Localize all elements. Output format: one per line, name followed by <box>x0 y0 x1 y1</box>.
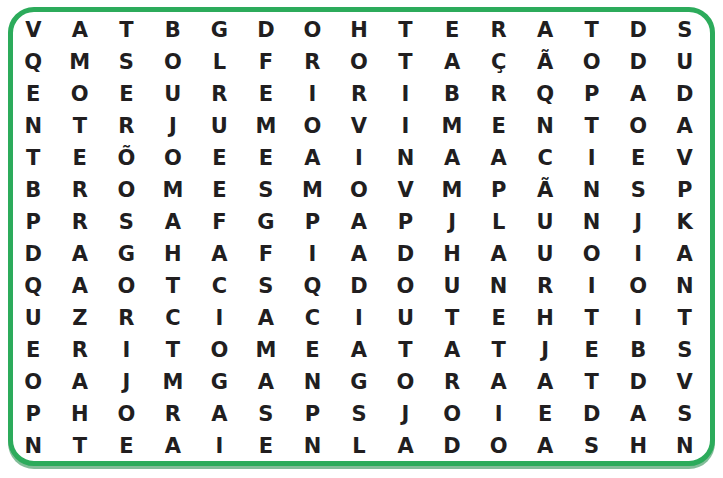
grid-cell-r3c3[interactable]: E <box>103 78 150 110</box>
grid-cell-r7c5[interactable]: F <box>196 206 243 238</box>
grid-cell-r12c1[interactable]: O <box>10 366 57 398</box>
grid-cell-r14c9[interactable]: A <box>382 430 429 462</box>
letter-grid: VATBGDOHTERATDSQMSOLFROTAÇÃODUEOEUREIRIB… <box>10 14 708 462</box>
grid-cell-r4c5[interactable]: U <box>196 110 243 142</box>
grid-cell-r12c12[interactable]: A <box>522 366 569 398</box>
grid-cell-r1c10[interactable]: E <box>429 14 476 46</box>
grid-cell-r14c7[interactable]: N <box>289 430 336 462</box>
grid-cell-r11c3[interactable]: I <box>103 334 150 366</box>
grid-cell-r4c12[interactable]: N <box>522 110 569 142</box>
grid-cell-r4c8[interactable]: V <box>336 110 383 142</box>
grid-cell-r11c2[interactable]: R <box>57 334 104 366</box>
grid-cell-r11c7[interactable]: E <box>289 334 336 366</box>
grid-cell-r10c3[interactable]: R <box>103 302 150 334</box>
grid-cell-r5c12[interactable]: C <box>522 142 569 174</box>
grid-cell-r9c7[interactable]: Q <box>289 270 336 302</box>
grid-cell-r9c14[interactable]: O <box>615 270 662 302</box>
grid-cell-r6c7[interactable]: M <box>289 174 336 206</box>
grid-cell-r3c1[interactable]: E <box>10 78 57 110</box>
grid-cell-r2c4[interactable]: O <box>150 46 197 78</box>
grid-cell-r9c5[interactable]: C <box>196 270 243 302</box>
grid-cell-r10c5[interactable]: I <box>196 302 243 334</box>
grid-cell-r10c12[interactable]: H <box>522 302 569 334</box>
grid-cell-r9c8[interactable]: D <box>336 270 383 302</box>
grid-cell-r3c8[interactable]: R <box>336 78 383 110</box>
grid-cell-r6c8[interactable]: O <box>336 174 383 206</box>
grid-cell-r10c15[interactable]: T <box>661 302 708 334</box>
grid-cell-r14c13[interactable]: S <box>568 430 615 462</box>
grid-cell-r8c10[interactable]: H <box>429 238 476 270</box>
grid-cell-r13c10[interactable]: O <box>429 398 476 430</box>
grid-cell-r13c6[interactable]: S <box>243 398 290 430</box>
grid-cell-r7c11[interactable]: L <box>475 206 522 238</box>
grid-cell-r2c5[interactable]: L <box>196 46 243 78</box>
grid-cell-r14c8[interactable]: L <box>336 430 383 462</box>
grid-cell-r5c11[interactable]: A <box>475 142 522 174</box>
grid-cell-r4c15[interactable]: A <box>661 110 708 142</box>
grid-cell-r6c6[interactable]: S <box>243 174 290 206</box>
grid-cell-r12c13[interactable]: T <box>568 366 615 398</box>
grid-cell-r12c3[interactable]: J <box>103 366 150 398</box>
grid-cell-r8c5[interactable]: A <box>196 238 243 270</box>
grid-cell-r12c14[interactable]: D <box>615 366 662 398</box>
grid-cell-r10c1[interactable]: U <box>10 302 57 334</box>
grid-cell-r3c4[interactable]: U <box>150 78 197 110</box>
grid-cell-r4c1[interactable]: N <box>10 110 57 142</box>
grid-cell-r10c6[interactable]: A <box>243 302 290 334</box>
grid-cell-r7c15[interactable]: K <box>661 206 708 238</box>
grid-cell-r8c3[interactable]: G <box>103 238 150 270</box>
grid-cell-r5c6[interactable]: E <box>243 142 290 174</box>
grid-cell-r11c5[interactable]: O <box>196 334 243 366</box>
grid-cell-r13c15[interactable]: S <box>661 398 708 430</box>
grid-cell-r12c9[interactable]: O <box>382 366 429 398</box>
grid-cell-r1c15[interactable]: S <box>661 14 708 46</box>
grid-cell-r12c6[interactable]: A <box>243 366 290 398</box>
grid-cell-r3c7[interactable]: I <box>289 78 336 110</box>
grid-cell-r3c15[interactable]: D <box>661 78 708 110</box>
grid-cell-r13c1[interactable]: P <box>10 398 57 430</box>
grid-cell-r13c4[interactable]: R <box>150 398 197 430</box>
grid-cell-r4c3[interactable]: R <box>103 110 150 142</box>
grid-cell-r6c9[interactable]: V <box>382 174 429 206</box>
grid-cell-r12c5[interactable]: G <box>196 366 243 398</box>
grid-cell-r6c10[interactable]: M <box>429 174 476 206</box>
grid-cell-r2c14[interactable]: D <box>615 46 662 78</box>
grid-cell-r7c7[interactable]: P <box>289 206 336 238</box>
grid-cell-r2c2[interactable]: M <box>57 46 104 78</box>
grid-cell-r3c2[interactable]: O <box>57 78 104 110</box>
grid-cell-r5c4[interactable]: O <box>150 142 197 174</box>
grid-cell-r9c11[interactable]: N <box>475 270 522 302</box>
grid-cell-r13c9[interactable]: J <box>382 398 429 430</box>
grid-cell-r13c7[interactable]: P <box>289 398 336 430</box>
grid-cell-r11c12[interactable]: J <box>522 334 569 366</box>
grid-cell-r12c11[interactable]: A <box>475 366 522 398</box>
grid-cell-r5c10[interactable]: A <box>429 142 476 174</box>
grid-cell-r10c14[interactable]: I <box>615 302 662 334</box>
grid-cell-r11c15[interactable]: S <box>661 334 708 366</box>
grid-cell-r8c1[interactable]: D <box>10 238 57 270</box>
grid-cell-r11c14[interactable]: B <box>615 334 662 366</box>
grid-cell-r11c13[interactable]: E <box>568 334 615 366</box>
grid-cell-r9c1[interactable]: Q <box>10 270 57 302</box>
grid-cell-r2c6[interactable]: F <box>243 46 290 78</box>
grid-cell-r2c15[interactable]: U <box>661 46 708 78</box>
grid-cell-r3c9[interactable]: I <box>382 78 429 110</box>
grid-cell-r10c11[interactable]: E <box>475 302 522 334</box>
grid-cell-r8c8[interactable]: A <box>336 238 383 270</box>
grid-cell-r1c11[interactable]: R <box>475 14 522 46</box>
grid-cell-r7c2[interactable]: R <box>57 206 104 238</box>
grid-cell-r2c9[interactable]: T <box>382 46 429 78</box>
grid-cell-r2c1[interactable]: Q <box>10 46 57 78</box>
grid-cell-r10c9[interactable]: U <box>382 302 429 334</box>
grid-cell-r1c9[interactable]: T <box>382 14 429 46</box>
grid-cell-r13c2[interactable]: H <box>57 398 104 430</box>
grid-cell-r5c13[interactable]: I <box>568 142 615 174</box>
grid-cell-r8c12[interactable]: U <box>522 238 569 270</box>
grid-cell-r4c10[interactable]: M <box>429 110 476 142</box>
grid-cell-r5c2[interactable]: E <box>57 142 104 174</box>
grid-cell-r2c11[interactable]: Ç <box>475 46 522 78</box>
grid-cell-r9c15[interactable]: N <box>661 270 708 302</box>
grid-cell-r6c11[interactable]: P <box>475 174 522 206</box>
grid-cell-r3c14[interactable]: A <box>615 78 662 110</box>
grid-cell-r1c12[interactable]: A <box>522 14 569 46</box>
grid-cell-r6c14[interactable]: S <box>615 174 662 206</box>
grid-cell-r11c1[interactable]: E <box>10 334 57 366</box>
grid-cell-r1c14[interactable]: D <box>615 14 662 46</box>
grid-cell-r13c12[interactable]: E <box>522 398 569 430</box>
grid-cell-r1c1[interactable]: V <box>10 14 57 46</box>
grid-cell-r4c2[interactable]: T <box>57 110 104 142</box>
grid-cell-r9c9[interactable]: O <box>382 270 429 302</box>
grid-cell-r8c2[interactable]: A <box>57 238 104 270</box>
grid-cell-r1c6[interactable]: D <box>243 14 290 46</box>
grid-cell-r5c15[interactable]: V <box>661 142 708 174</box>
grid-cell-r6c1[interactable]: B <box>10 174 57 206</box>
grid-cell-r14c10[interactable]: D <box>429 430 476 462</box>
grid-cell-r8c13[interactable]: O <box>568 238 615 270</box>
grid-cell-r12c8[interactable]: G <box>336 366 383 398</box>
grid-cell-r9c4[interactable]: T <box>150 270 197 302</box>
grid-cell-r10c10[interactable]: T <box>429 302 476 334</box>
grid-cell-r2c7[interactable]: R <box>289 46 336 78</box>
grid-cell-r7c8[interactable]: A <box>336 206 383 238</box>
grid-cell-r6c5[interactable]: E <box>196 174 243 206</box>
grid-cell-r5c8[interactable]: I <box>336 142 383 174</box>
grid-cell-r10c4[interactable]: C <box>150 302 197 334</box>
grid-cell-r3c5[interactable]: R <box>196 78 243 110</box>
grid-cell-r3c10[interactable]: B <box>429 78 476 110</box>
grid-cell-r11c6[interactable]: M <box>243 334 290 366</box>
grid-cell-r9c6[interactable]: S <box>243 270 290 302</box>
grid-cell-r7c4[interactable]: A <box>150 206 197 238</box>
grid-cell-r5c3[interactable]: Õ <box>103 142 150 174</box>
grid-cell-r10c2[interactable]: Z <box>57 302 104 334</box>
grid-cell-r12c4[interactable]: M <box>150 366 197 398</box>
grid-cell-r13c11[interactable]: I <box>475 398 522 430</box>
grid-cell-r13c14[interactable]: A <box>615 398 662 430</box>
grid-cell-r1c8[interactable]: H <box>336 14 383 46</box>
grid-cell-r6c4[interactable]: M <box>150 174 197 206</box>
grid-cell-r3c6[interactable]: E <box>243 78 290 110</box>
grid-cell-r13c5[interactable]: A <box>196 398 243 430</box>
grid-cell-r9c2[interactable]: A <box>57 270 104 302</box>
grid-cell-r4c7[interactable]: O <box>289 110 336 142</box>
grid-cell-r10c13[interactable]: T <box>568 302 615 334</box>
grid-cell-r9c3[interactable]: O <box>103 270 150 302</box>
grid-cell-r5c14[interactable]: E <box>615 142 662 174</box>
grid-cell-r4c6[interactable]: M <box>243 110 290 142</box>
grid-cell-r12c10[interactable]: R <box>429 366 476 398</box>
grid-cell-r14c4[interactable]: A <box>150 430 197 462</box>
grid-cell-r1c4[interactable]: B <box>150 14 197 46</box>
grid-cell-r1c13[interactable]: T <box>568 14 615 46</box>
grid-cell-r7c10[interactable]: J <box>429 206 476 238</box>
grid-cell-r14c12[interactable]: A <box>522 430 569 462</box>
grid-cell-r9c13[interactable]: I <box>568 270 615 302</box>
grid-cell-r4c11[interactable]: E <box>475 110 522 142</box>
grid-cell-r11c11[interactable]: T <box>475 334 522 366</box>
grid-cell-r5c1[interactable]: T <box>10 142 57 174</box>
grid-cell-r7c12[interactable]: U <box>522 206 569 238</box>
grid-cell-r3c12[interactable]: Q <box>522 78 569 110</box>
grid-cell-r12c15[interactable]: V <box>661 366 708 398</box>
grid-cell-r6c2[interactable]: R <box>57 174 104 206</box>
grid-cell-r5c7[interactable]: A <box>289 142 336 174</box>
grid-cell-r1c2[interactable]: A <box>57 14 104 46</box>
grid-cell-r5c9[interactable]: N <box>382 142 429 174</box>
grid-cell-r8c14[interactable]: I <box>615 238 662 270</box>
grid-cell-r1c5[interactable]: G <box>196 14 243 46</box>
grid-cell-r7c6[interactable]: G <box>243 206 290 238</box>
grid-cell-r4c9[interactable]: I <box>382 110 429 142</box>
grid-cell-r14c5[interactable]: I <box>196 430 243 462</box>
grid-cell-r8c4[interactable]: H <box>150 238 197 270</box>
grid-cell-r7c9[interactable]: P <box>382 206 429 238</box>
grid-cell-r11c9[interactable]: T <box>382 334 429 366</box>
grid-cell-r7c1[interactable]: P <box>10 206 57 238</box>
grid-cell-r6c13[interactable]: N <box>568 174 615 206</box>
grid-cell-r11c10[interactable]: A <box>429 334 476 366</box>
grid-cell-r13c3[interactable]: O <box>103 398 150 430</box>
grid-cell-r13c13[interactable]: D <box>568 398 615 430</box>
grid-cell-r7c3[interactable]: S <box>103 206 150 238</box>
grid-cell-r8c15[interactable]: A <box>661 238 708 270</box>
grid-cell-r4c14[interactable]: O <box>615 110 662 142</box>
grid-cell-r9c12[interactable]: R <box>522 270 569 302</box>
grid-cell-r2c12[interactable]: Ã <box>522 46 569 78</box>
grid-cell-r3c13[interactable]: P <box>568 78 615 110</box>
grid-cell-r1c3[interactable]: T <box>103 14 150 46</box>
grid-cell-r10c8[interactable]: I <box>336 302 383 334</box>
grid-cell-r14c14[interactable]: H <box>615 430 662 462</box>
grid-cell-r2c3[interactable]: S <box>103 46 150 78</box>
grid-cell-r8c6[interactable]: F <box>243 238 290 270</box>
grid-cell-r7c13[interactable]: N <box>568 206 615 238</box>
grid-cell-r14c11[interactable]: O <box>475 430 522 462</box>
grid-cell-r8c11[interactable]: A <box>475 238 522 270</box>
grid-cell-r14c2[interactable]: T <box>57 430 104 462</box>
grid-cell-r2c10[interactable]: A <box>429 46 476 78</box>
grid-cell-r8c9[interactable]: D <box>382 238 429 270</box>
grid-cell-r14c3[interactable]: E <box>103 430 150 462</box>
grid-cell-r12c7[interactable]: N <box>289 366 336 398</box>
grid-cell-r7c14[interactable]: J <box>615 206 662 238</box>
grid-cell-r13c8[interactable]: S <box>336 398 383 430</box>
grid-cell-r4c4[interactable]: J <box>150 110 197 142</box>
grid-cell-r1c7[interactable]: O <box>289 14 336 46</box>
grid-cell-r10c7[interactable]: C <box>289 302 336 334</box>
grid-cell-r3c11[interactable]: R <box>475 78 522 110</box>
grid-cell-r6c15[interactable]: P <box>661 174 708 206</box>
grid-cell-r14c15[interactable]: N <box>661 430 708 462</box>
grid-cell-r5c5[interactable]: E <box>196 142 243 174</box>
grid-cell-r6c12[interactable]: Ã <box>522 174 569 206</box>
grid-cell-r14c6[interactable]: E <box>243 430 290 462</box>
grid-cell-r14c1[interactable]: N <box>10 430 57 462</box>
grid-cell-r2c8[interactable]: O <box>336 46 383 78</box>
grid-cell-r11c8[interactable]: A <box>336 334 383 366</box>
grid-cell-r4c13[interactable]: T <box>568 110 615 142</box>
grid-cell-r11c4[interactable]: T <box>150 334 197 366</box>
grid-cell-r12c2[interactable]: A <box>57 366 104 398</box>
grid-cell-r2c13[interactable]: O <box>568 46 615 78</box>
grid-cell-r6c3[interactable]: O <box>103 174 150 206</box>
grid-cell-r8c7[interactable]: I <box>289 238 336 270</box>
grid-cell-r9c10[interactable]: U <box>429 270 476 302</box>
